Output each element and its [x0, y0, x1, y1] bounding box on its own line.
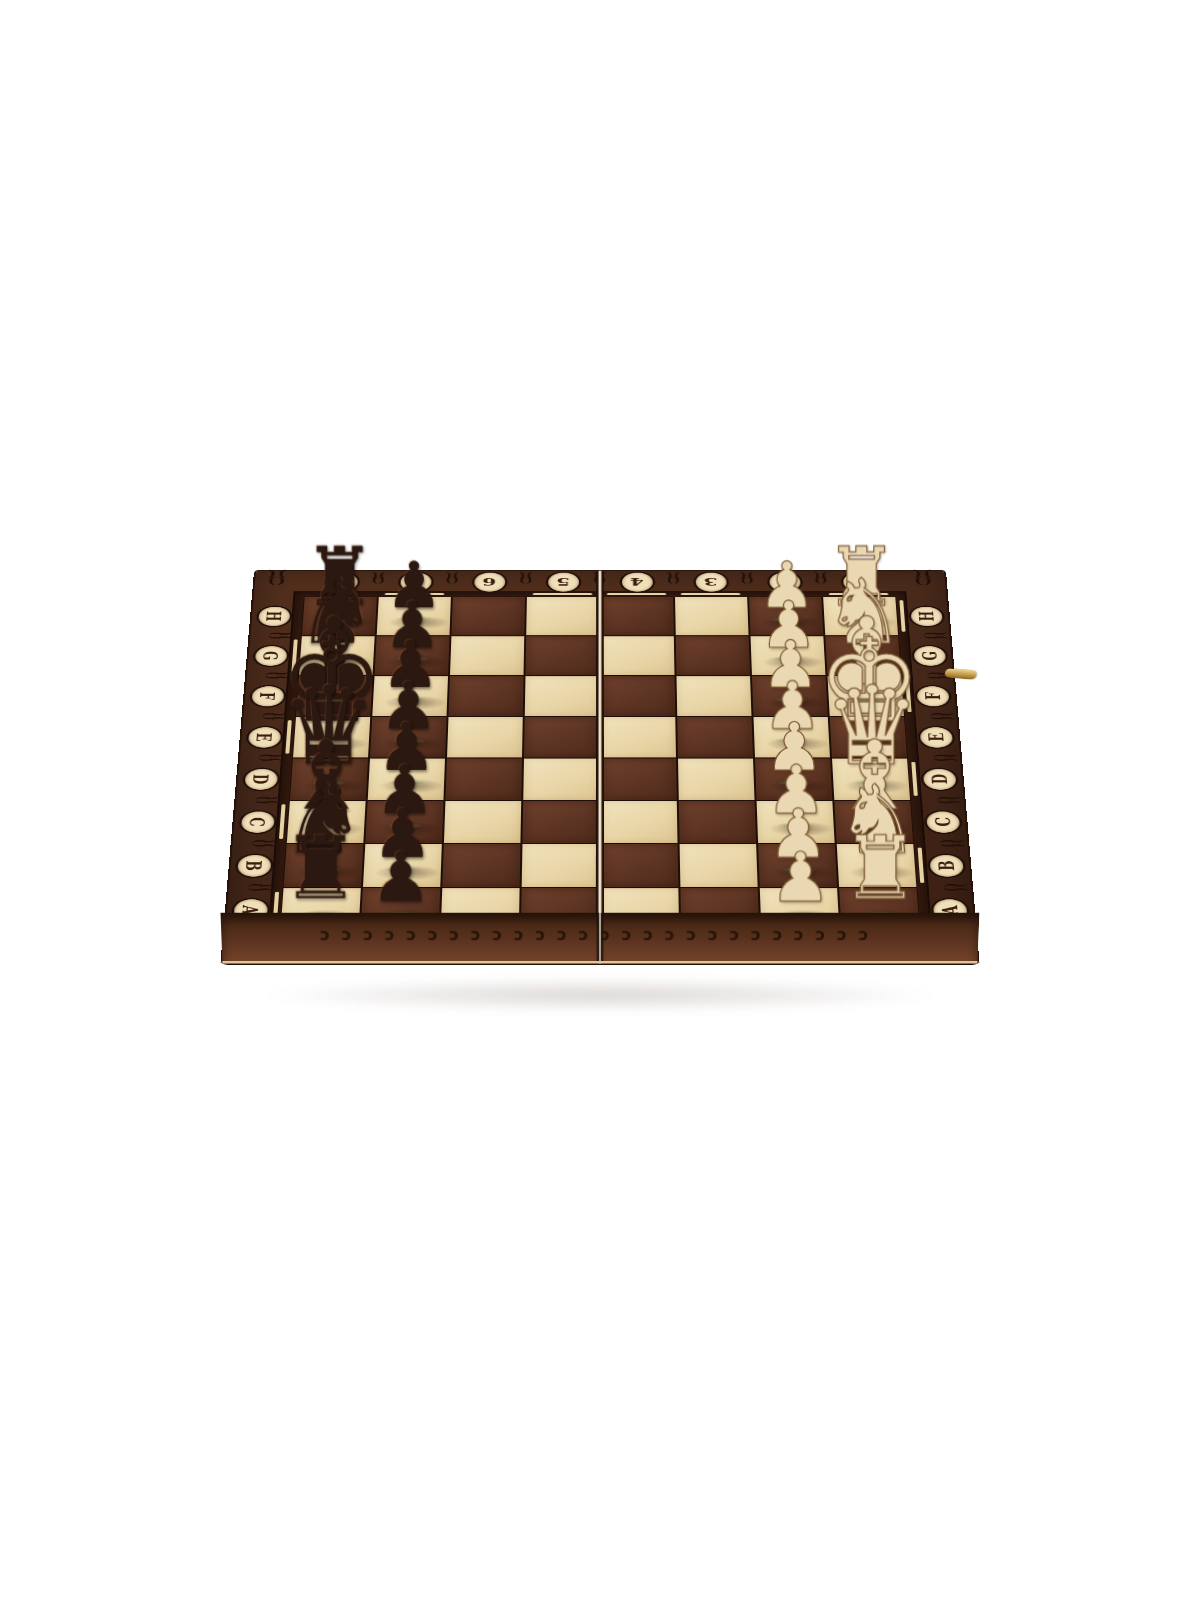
coordinate-disc-H: H — [258, 607, 290, 626]
coordinate-disc-6: 6 — [474, 572, 505, 591]
border-slot: 7)(() — [378, 572, 453, 593]
border-slot: 1 — [821, 572, 896, 593]
piece-black-pawn-a7: ♟ — [343, 846, 457, 917]
square-g4 — [600, 636, 675, 676]
coordinate-label: 1 — [851, 576, 866, 589]
perspective-wrapper: 8)(()7)(()6)(()5)(()4)(()3)(()2)(()1 8)(… — [0, 0, 1200, 1600]
square-d5 — [522, 758, 600, 800]
box-front-face: ɔɔɔɔɔɔɔɔɔɔɔɔɔɔɔɔɔɔɔɔɔɔɔɔɔɔ — [220, 913, 979, 964]
coordinate-label: H — [261, 611, 286, 621]
border-slot: 2)(() — [747, 572, 822, 593]
piece-white-rook-a1: ♜ — [823, 828, 937, 917]
maple-inlay-dash — [681, 593, 741, 595]
coordinate-label: G — [917, 651, 942, 660]
square-b5 — [521, 844, 600, 888]
coordinate-disc-5: 5 — [548, 572, 579, 591]
square-d4 — [600, 758, 678, 800]
maple-inlay-dash — [607, 593, 667, 595]
coordinate-label: 5 — [556, 576, 570, 589]
coordinate-disc-3: 3 — [695, 572, 726, 591]
board: 8)(()7)(()6)(()5)(()4)(()3)(()2)(()1 8)(… — [222, 571, 977, 964]
coordinate-disc-2: 2 — [769, 572, 801, 591]
square-e5 — [523, 716, 600, 758]
fold-seam — [596, 571, 604, 964]
square-e4 — [600, 716, 677, 758]
border-slot: H)(() — [905, 597, 948, 636]
border-slot: 6)(() — [452, 572, 526, 593]
coordinate-label: 4 — [630, 576, 644, 589]
coordinate-label: 6 — [482, 576, 496, 589]
square-g5 — [525, 636, 600, 676]
coordinate-disc-7: 7 — [400, 572, 432, 591]
coordinate-label: 3 — [704, 576, 718, 589]
pawn-glyph: ♟ — [343, 846, 457, 911]
square-f5 — [524, 676, 600, 717]
coordinate-disc-4: 4 — [622, 572, 653, 591]
rook-glyph: ♜ — [823, 828, 937, 911]
border-back-numbers: 8)(()7)(()6)(()5)(()4)(()3)(()2)(()1 — [304, 572, 896, 593]
border-slot: 4)(() — [600, 572, 674, 593]
border-slot: 5)(() — [526, 572, 600, 593]
coordinate-label: 2 — [777, 576, 792, 589]
product-photo-scene: 8)(()7)(()6)(()5)(()4)(()3)(()2)(()1 8)(… — [0, 0, 1200, 1600]
square-h4 — [600, 597, 675, 636]
coordinate-disc-1: 1 — [842, 572, 874, 591]
border-slot: 8)(() — [304, 572, 379, 593]
coordinate-disc-8: 8 — [326, 572, 358, 591]
coordinate-label: 7 — [408, 576, 423, 589]
fold-seam-front — [596, 913, 604, 962]
coordinate-label: G — [258, 651, 283, 660]
coordinate-label: 8 — [334, 576, 349, 589]
square-h5 — [525, 597, 600, 636]
square-c5 — [521, 800, 600, 843]
square-c4 — [600, 800, 679, 843]
coordinate-disc-H: H — [910, 607, 942, 626]
coordinate-label: H — [914, 611, 939, 621]
border-slot: 3)(() — [674, 572, 748, 593]
square-b4 — [600, 844, 679, 888]
square-f4 — [600, 676, 676, 717]
maple-inlay-dash — [533, 593, 593, 595]
border-slot: H)(() — [252, 597, 295, 636]
